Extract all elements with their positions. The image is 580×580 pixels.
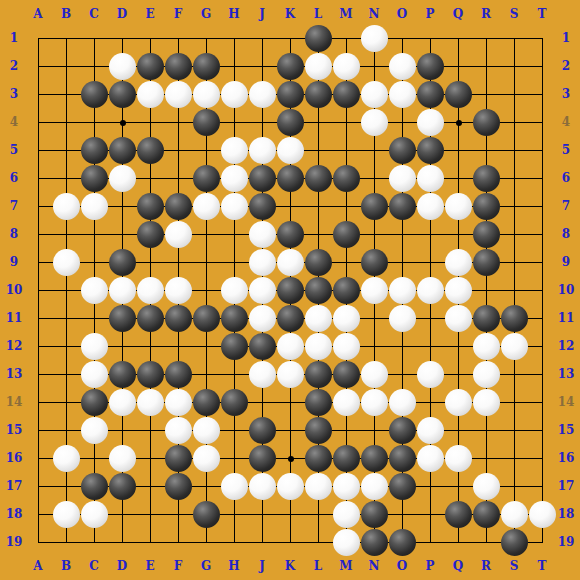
black-stone-D5: [109, 137, 136, 164]
white-stone-C15: [81, 417, 108, 444]
black-stone-L9: [305, 249, 332, 276]
black-stone-N16: [361, 445, 388, 472]
black-stone-E7: [137, 193, 164, 220]
coord-label-col-A-top: A: [27, 7, 49, 21]
white-stone-F14: [165, 389, 192, 416]
white-stone-N10: [361, 277, 388, 304]
white-stone-G16: [193, 445, 220, 472]
black-stone-K3: [277, 81, 304, 108]
black-stone-M10: [333, 277, 360, 304]
coord-label-col-K-bottom: K: [279, 559, 301, 573]
black-stone-M8: [333, 221, 360, 248]
star-point-D4: [120, 120, 126, 126]
coord-label-col-K-top: K: [279, 7, 301, 21]
black-stone-D13: [109, 361, 136, 388]
white-stone-P13: [417, 361, 444, 388]
star-point-K16: [288, 456, 294, 462]
black-stone-F2: [165, 53, 192, 80]
black-stone-R18: [473, 501, 500, 528]
black-stone-R11: [473, 305, 500, 332]
white-stone-F15: [165, 417, 192, 444]
coord-label-col-J-top: J: [251, 7, 273, 21]
coord-label-row-19-left: 19: [2, 535, 26, 549]
coord-label-col-G-bottom: G: [195, 559, 217, 573]
star-point-Q4: [456, 120, 462, 126]
black-stone-O17: [389, 473, 416, 500]
coord-label-row-10-right: 10: [554, 283, 578, 297]
white-stone-O10: [389, 277, 416, 304]
white-stone-D2: [109, 53, 136, 80]
coord-label-row-9-right: 9: [554, 255, 578, 269]
white-stone-H3: [221, 81, 248, 108]
black-stone-N9: [361, 249, 388, 276]
black-stone-O16: [389, 445, 416, 472]
white-stone-C18: [81, 501, 108, 528]
black-stone-L14: [305, 389, 332, 416]
white-stone-H6: [221, 165, 248, 192]
coord-label-row-10-left: 10: [2, 283, 26, 297]
black-stone-Q18: [445, 501, 472, 528]
white-stone-M17: [333, 473, 360, 500]
coord-label-row-13-right: 13: [554, 367, 578, 381]
black-stone-E11: [137, 305, 164, 332]
white-stone-G7: [193, 193, 220, 220]
white-stone-J17: [249, 473, 276, 500]
black-stone-M6: [333, 165, 360, 192]
coord-label-row-5-left: 5: [2, 143, 26, 157]
white-stone-C7: [81, 193, 108, 220]
white-stone-K13: [277, 361, 304, 388]
black-stone-C17: [81, 473, 108, 500]
white-stone-P10: [417, 277, 444, 304]
white-stone-R17: [473, 473, 500, 500]
white-stone-K12: [277, 333, 304, 360]
white-stone-N14: [361, 389, 388, 416]
black-stone-F13: [165, 361, 192, 388]
coord-label-col-P-top: P: [419, 7, 441, 21]
black-stone-G18: [193, 501, 220, 528]
coord-label-row-11-right: 11: [554, 311, 578, 325]
black-stone-F11: [165, 305, 192, 332]
black-stone-Q3: [445, 81, 472, 108]
white-stone-P15: [417, 417, 444, 444]
white-stone-Q16: [445, 445, 472, 472]
coord-label-row-9-left: 9: [2, 255, 26, 269]
go-board-screen: AABBCCDDEEFFGGHHJJKKLLMMNNOOPPQQRRSSTT11…: [0, 0, 580, 580]
black-stone-L6: [305, 165, 332, 192]
black-stone-F7: [165, 193, 192, 220]
white-stone-J5: [249, 137, 276, 164]
white-stone-J8: [249, 221, 276, 248]
white-stone-H17: [221, 473, 248, 500]
white-stone-J9: [249, 249, 276, 276]
black-stone-K6: [277, 165, 304, 192]
black-stone-H14: [221, 389, 248, 416]
black-stone-N19: [361, 529, 388, 556]
coord-label-row-1-right: 1: [554, 31, 578, 45]
white-stone-H5: [221, 137, 248, 164]
coord-label-col-C-top: C: [83, 7, 105, 21]
white-stone-F10: [165, 277, 192, 304]
black-stone-G2: [193, 53, 220, 80]
white-stone-D10: [109, 277, 136, 304]
white-stone-M18: [333, 501, 360, 528]
white-stone-R13: [473, 361, 500, 388]
white-stone-Q14: [445, 389, 472, 416]
coord-label-row-18-left: 18: [2, 507, 26, 521]
white-stone-P7: [417, 193, 444, 220]
white-stone-N13: [361, 361, 388, 388]
coord-label-row-5-right: 5: [554, 143, 578, 157]
black-stone-L15: [305, 417, 332, 444]
black-stone-O19: [389, 529, 416, 556]
black-stone-L13: [305, 361, 332, 388]
coord-label-col-L-top: L: [307, 7, 329, 21]
white-stone-N4: [361, 109, 388, 136]
black-stone-O7: [389, 193, 416, 220]
coord-label-col-A-bottom: A: [27, 559, 49, 573]
coord-label-row-12-left: 12: [2, 339, 26, 353]
white-stone-R12: [473, 333, 500, 360]
coord-label-row-7-right: 7: [554, 199, 578, 213]
coord-label-col-L-bottom: L: [307, 559, 329, 573]
black-stone-C5: [81, 137, 108, 164]
coord-label-col-B-top: B: [55, 7, 77, 21]
coord-label-row-2-left: 2: [2, 59, 26, 73]
black-stone-M13: [333, 361, 360, 388]
white-stone-J11: [249, 305, 276, 332]
white-stone-B18: [53, 501, 80, 528]
black-stone-M3: [333, 81, 360, 108]
black-stone-C14: [81, 389, 108, 416]
white-stone-F3: [165, 81, 192, 108]
coord-label-col-H-bottom: H: [223, 559, 245, 573]
white-stone-K17: [277, 473, 304, 500]
coord-label-row-7-left: 7: [2, 199, 26, 213]
white-stone-G3: [193, 81, 220, 108]
black-stone-P5: [417, 137, 444, 164]
coord-label-col-E-top: E: [139, 7, 161, 21]
black-stone-F16: [165, 445, 192, 472]
white-stone-L12: [305, 333, 332, 360]
white-stone-J10: [249, 277, 276, 304]
white-stone-P16: [417, 445, 444, 472]
black-stone-J7: [249, 193, 276, 220]
coord-label-col-R-top: R: [475, 7, 497, 21]
white-stone-D6: [109, 165, 136, 192]
black-stone-H12: [221, 333, 248, 360]
white-stone-O6: [389, 165, 416, 192]
black-stone-K10: [277, 277, 304, 304]
black-stone-P3: [417, 81, 444, 108]
white-stone-O2: [389, 53, 416, 80]
coord-label-row-6-right: 6: [554, 171, 578, 185]
coord-label-row-15-right: 15: [554, 423, 578, 437]
white-stone-K9: [277, 249, 304, 276]
black-stone-K8: [277, 221, 304, 248]
black-stone-E13: [137, 361, 164, 388]
black-stone-M16: [333, 445, 360, 472]
coord-label-col-S-top: S: [503, 7, 525, 21]
white-stone-N3: [361, 81, 388, 108]
black-stone-E5: [137, 137, 164, 164]
black-stone-K2: [277, 53, 304, 80]
white-stone-M12: [333, 333, 360, 360]
black-stone-G6: [193, 165, 220, 192]
coord-label-row-8-right: 8: [554, 227, 578, 241]
coord-label-col-T-bottom: T: [531, 559, 553, 573]
black-stone-O5: [389, 137, 416, 164]
coord-label-row-19-right: 19: [554, 535, 578, 549]
white-stone-M11: [333, 305, 360, 332]
coord-label-col-H-top: H: [223, 7, 245, 21]
coord-label-row-8-left: 8: [2, 227, 26, 241]
coord-label-col-D-bottom: D: [111, 559, 133, 573]
coord-label-row-11-left: 11: [2, 311, 26, 325]
coord-label-col-J-bottom: J: [251, 559, 273, 573]
coord-label-col-N-bottom: N: [363, 559, 385, 573]
black-stone-D11: [109, 305, 136, 332]
white-stone-E14: [137, 389, 164, 416]
white-stone-P6: [417, 165, 444, 192]
white-stone-K5: [277, 137, 304, 164]
coord-label-row-2-right: 2: [554, 59, 578, 73]
coord-label-row-13-left: 13: [2, 367, 26, 381]
coord-label-col-E-bottom: E: [139, 559, 161, 573]
white-stone-L17: [305, 473, 332, 500]
coord-label-col-P-bottom: P: [419, 559, 441, 573]
black-stone-J15: [249, 417, 276, 444]
coord-label-row-12-right: 12: [554, 339, 578, 353]
white-stone-Q10: [445, 277, 472, 304]
black-stone-L1: [305, 25, 332, 52]
white-stone-L2: [305, 53, 332, 80]
white-stone-S18: [501, 501, 528, 528]
white-stone-N17: [361, 473, 388, 500]
white-stone-C12: [81, 333, 108, 360]
white-stone-S12: [501, 333, 528, 360]
black-stone-G4: [193, 109, 220, 136]
coord-label-col-D-top: D: [111, 7, 133, 21]
white-stone-T18: [529, 501, 556, 528]
coord-label-row-18-right: 18: [554, 507, 578, 521]
coord-label-col-S-bottom: S: [503, 559, 525, 573]
coord-label-col-Q-bottom: Q: [447, 559, 469, 573]
black-stone-C6: [81, 165, 108, 192]
coord-label-col-T-top: T: [531, 7, 553, 21]
white-stone-G15: [193, 417, 220, 444]
white-stone-M19: [333, 529, 360, 556]
white-stone-O11: [389, 305, 416, 332]
black-stone-H11: [221, 305, 248, 332]
coord-label-col-Q-top: Q: [447, 7, 469, 21]
coord-label-row-4-left: 4: [2, 115, 26, 129]
black-stone-J6: [249, 165, 276, 192]
coord-label-row-3-left: 3: [2, 87, 26, 101]
black-stone-J16: [249, 445, 276, 472]
black-stone-N7: [361, 193, 388, 220]
white-stone-Q7: [445, 193, 472, 220]
white-stone-B7: [53, 193, 80, 220]
white-stone-J3: [249, 81, 276, 108]
black-stone-L3: [305, 81, 332, 108]
coord-label-col-O-bottom: O: [391, 559, 413, 573]
white-stone-R14: [473, 389, 500, 416]
white-stone-J13: [249, 361, 276, 388]
black-stone-R9: [473, 249, 500, 276]
coord-label-row-15-left: 15: [2, 423, 26, 437]
coord-label-row-17-right: 17: [554, 479, 578, 493]
white-stone-H7: [221, 193, 248, 220]
black-stone-D17: [109, 473, 136, 500]
coord-label-col-N-top: N: [363, 7, 385, 21]
coord-label-row-14-left: 14: [2, 395, 26, 409]
white-stone-B16: [53, 445, 80, 472]
coord-label-col-G-top: G: [195, 7, 217, 21]
coord-label-col-R-bottom: R: [475, 559, 497, 573]
white-stone-Q9: [445, 249, 472, 276]
white-stone-D16: [109, 445, 136, 472]
black-stone-E2: [137, 53, 164, 80]
black-stone-G14: [193, 389, 220, 416]
coord-label-col-M-bottom: M: [335, 559, 357, 573]
coord-label-row-1-left: 1: [2, 31, 26, 45]
white-stone-M14: [333, 389, 360, 416]
white-stone-B9: [53, 249, 80, 276]
coord-label-col-M-top: M: [335, 7, 357, 21]
white-stone-M2: [333, 53, 360, 80]
coord-label-col-C-bottom: C: [83, 559, 105, 573]
black-stone-J12: [249, 333, 276, 360]
black-stone-C3: [81, 81, 108, 108]
black-stone-R4: [473, 109, 500, 136]
white-stone-C13: [81, 361, 108, 388]
black-stone-O15: [389, 417, 416, 444]
black-stone-K11: [277, 305, 304, 332]
black-stone-L10: [305, 277, 332, 304]
coord-label-row-16-right: 16: [554, 451, 578, 465]
coord-label-row-3-right: 3: [554, 87, 578, 101]
white-stone-H10: [221, 277, 248, 304]
coord-label-row-16-left: 16: [2, 451, 26, 465]
coord-label-col-F-top: F: [167, 7, 189, 21]
black-stone-K4: [277, 109, 304, 136]
white-stone-O3: [389, 81, 416, 108]
black-stone-S11: [501, 305, 528, 332]
white-stone-O14: [389, 389, 416, 416]
white-stone-P4: [417, 109, 444, 136]
black-stone-F17: [165, 473, 192, 500]
white-stone-E3: [137, 81, 164, 108]
black-stone-D9: [109, 249, 136, 276]
white-stone-N1: [361, 25, 388, 52]
black-stone-R6: [473, 165, 500, 192]
coord-label-col-F-bottom: F: [167, 559, 189, 573]
coord-label-row-14-right: 14: [554, 395, 578, 409]
black-stone-G11: [193, 305, 220, 332]
white-stone-Q11: [445, 305, 472, 332]
black-stone-S19: [501, 529, 528, 556]
coord-label-row-17-left: 17: [2, 479, 26, 493]
black-stone-E8: [137, 221, 164, 248]
coord-label-row-4-right: 4: [554, 115, 578, 129]
white-stone-C10: [81, 277, 108, 304]
coord-label-col-O-top: O: [391, 7, 413, 21]
white-stone-F8: [165, 221, 192, 248]
black-stone-N18: [361, 501, 388, 528]
black-stone-D3: [109, 81, 136, 108]
black-stone-P2: [417, 53, 444, 80]
white-stone-E10: [137, 277, 164, 304]
black-stone-R8: [473, 221, 500, 248]
coord-label-row-6-left: 6: [2, 171, 26, 185]
go-board[interactable]: [0, 0, 580, 580]
white-stone-L11: [305, 305, 332, 332]
black-stone-L16: [305, 445, 332, 472]
coord-label-col-B-bottom: B: [55, 559, 77, 573]
white-stone-D14: [109, 389, 136, 416]
black-stone-R7: [473, 193, 500, 220]
